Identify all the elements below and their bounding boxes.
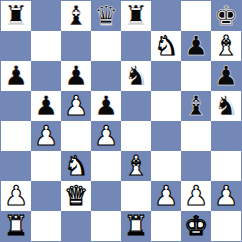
square-c8[interactable]: ♝	[61, 1, 91, 31]
black-pawn-g7[interactable]: ♟	[184, 31, 208, 61]
square-b3[interactable]	[31, 151, 61, 181]
black-knight-h5[interactable]: ♞	[214, 91, 238, 121]
square-e3[interactable]: ♝	[121, 151, 151, 181]
square-f7[interactable]: ♞	[151, 31, 181, 61]
square-b8[interactable]	[31, 1, 61, 31]
square-f2[interactable]: ♟	[151, 181, 181, 211]
square-c3[interactable]: ♞	[61, 151, 91, 181]
square-g1[interactable]: ♚	[181, 211, 211, 241]
square-g8[interactable]	[181, 1, 211, 31]
square-e4[interactable]	[121, 121, 151, 151]
square-h8[interactable]: ♚	[211, 1, 241, 31]
white-pawn-f2[interactable]: ♟	[154, 181, 178, 211]
square-g7[interactable]: ♟	[181, 31, 211, 61]
square-d8[interactable]: ♛	[91, 1, 121, 31]
chess-board: ♜♝♛♜♚♞♟♝♟♟♞♟♟♟♟♝♞♟♟♞♝♟♛♟♟♟♜♜♚	[0, 0, 242, 242]
square-c6[interactable]: ♟	[61, 61, 91, 91]
black-rook-e8[interactable]: ♜	[124, 1, 148, 31]
square-f3[interactable]	[151, 151, 181, 181]
white-pawn-h2[interactable]: ♟	[214, 181, 238, 211]
square-c1[interactable]	[61, 211, 91, 241]
square-d7[interactable]	[91, 31, 121, 61]
square-d3[interactable]	[91, 151, 121, 181]
square-d6[interactable]	[91, 61, 121, 91]
square-e6[interactable]: ♞	[121, 61, 151, 91]
black-queen-d8[interactable]: ♛	[94, 1, 118, 31]
white-pawn-d4[interactable]: ♟	[94, 121, 118, 151]
square-b1[interactable]	[31, 211, 61, 241]
square-f4[interactable]	[151, 121, 181, 151]
square-e8[interactable]: ♜	[121, 1, 151, 31]
white-rook-e1[interactable]: ♜	[124, 211, 148, 241]
white-king-g1[interactable]: ♚	[184, 211, 208, 241]
square-d4[interactable]: ♟	[91, 121, 121, 151]
square-g5[interactable]: ♝	[181, 91, 211, 121]
square-a7[interactable]	[1, 31, 31, 61]
square-a8[interactable]: ♜	[1, 1, 31, 31]
square-a6[interactable]: ♟	[1, 61, 31, 91]
black-pawn-c6[interactable]: ♟	[64, 61, 88, 91]
square-h5[interactable]: ♞	[211, 91, 241, 121]
square-c5[interactable]: ♟	[61, 91, 91, 121]
white-knight-f7[interactable]: ♞	[154, 31, 178, 61]
square-c4[interactable]	[61, 121, 91, 151]
square-f6[interactable]	[151, 61, 181, 91]
white-pawn-g2[interactable]: ♟	[184, 181, 208, 211]
square-h2[interactable]: ♟	[211, 181, 241, 211]
square-e1[interactable]: ♜	[121, 211, 151, 241]
square-a5[interactable]	[1, 91, 31, 121]
square-d5[interactable]: ♟	[91, 91, 121, 121]
square-g2[interactable]: ♟	[181, 181, 211, 211]
black-knight-e6[interactable]: ♞	[124, 61, 148, 91]
black-bishop-c8[interactable]: ♝	[64, 1, 88, 31]
square-f5[interactable]	[151, 91, 181, 121]
square-b4[interactable]: ♟	[31, 121, 61, 151]
square-h6[interactable]: ♟	[211, 61, 241, 91]
square-c7[interactable]	[61, 31, 91, 61]
black-king-h8[interactable]: ♚	[214, 1, 238, 31]
white-pawn-a2[interactable]: ♟	[4, 181, 28, 211]
square-a2[interactable]: ♟	[1, 181, 31, 211]
square-c2[interactable]: ♛	[61, 181, 91, 211]
square-d2[interactable]	[91, 181, 121, 211]
white-pawn-c5[interactable]: ♟	[64, 91, 88, 121]
square-a1[interactable]: ♜	[1, 211, 31, 241]
white-knight-c3[interactable]: ♞	[64, 151, 88, 181]
black-rook-a8[interactable]: ♜	[4, 1, 28, 31]
square-g6[interactable]	[181, 61, 211, 91]
black-pawn-d5[interactable]: ♟	[94, 91, 118, 121]
black-pawn-b5[interactable]: ♟	[34, 91, 58, 121]
square-h1[interactable]	[211, 211, 241, 241]
square-b6[interactable]	[31, 61, 61, 91]
square-e2[interactable]	[121, 181, 151, 211]
white-queen-c2[interactable]: ♛	[64, 181, 88, 211]
chess-board-container: ♜♝♛♜♚♞♟♝♟♟♞♟♟♟♟♝♞♟♟♞♝♟♛♟♟♟♜♜♚	[0, 0, 242, 242]
square-b7[interactable]	[31, 31, 61, 61]
black-pawn-a6[interactable]: ♟	[4, 61, 28, 91]
black-pawn-h6[interactable]: ♟	[214, 61, 238, 91]
square-h3[interactable]	[211, 151, 241, 181]
square-e7[interactable]	[121, 31, 151, 61]
square-b5[interactable]: ♟	[31, 91, 61, 121]
square-b2[interactable]	[31, 181, 61, 211]
square-g3[interactable]	[181, 151, 211, 181]
white-bishop-h7[interactable]: ♝	[214, 31, 238, 61]
white-bishop-e3[interactable]: ♝	[124, 151, 148, 181]
square-g4[interactable]	[181, 121, 211, 151]
white-pawn-b4[interactable]: ♟	[34, 121, 58, 151]
square-h4[interactable]	[211, 121, 241, 151]
white-rook-a1[interactable]: ♜	[4, 211, 28, 241]
square-e5[interactable]	[121, 91, 151, 121]
square-a4[interactable]	[1, 121, 31, 151]
square-f1[interactable]	[151, 211, 181, 241]
square-f8[interactable]	[151, 1, 181, 31]
square-h7[interactable]: ♝	[211, 31, 241, 61]
black-bishop-g5[interactable]: ♝	[184, 91, 208, 121]
square-a3[interactable]	[1, 151, 31, 181]
square-d1[interactable]	[91, 211, 121, 241]
